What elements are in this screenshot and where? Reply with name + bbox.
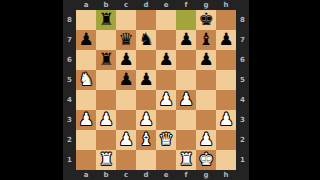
square-d6[interactable]	[136, 50, 156, 70]
square-g4[interactable]	[196, 90, 216, 110]
square-e2[interactable]: ♛	[156, 130, 176, 150]
black-queen[interactable]: ♛	[118, 31, 133, 49]
file-label-top-g: g	[196, 0, 216, 10]
square-c8[interactable]	[116, 10, 136, 30]
white-pawn[interactable]: ♟	[98, 111, 113, 129]
square-h4[interactable]	[216, 90, 236, 110]
file-label-bottom-a: a	[76, 170, 96, 180]
rank-label-right-5: 5	[236, 70, 249, 90]
square-g7[interactable]: ♝	[196, 30, 216, 50]
square-f2[interactable]	[176, 130, 196, 150]
white-bishop[interactable]: ♝	[138, 131, 153, 149]
board-corner	[236, 0, 249, 10]
rank-label-right-7: 7	[236, 30, 249, 50]
square-e3[interactable]	[156, 110, 176, 130]
square-d2[interactable]: ♝	[136, 130, 156, 150]
file-label-top-a: a	[76, 0, 96, 10]
square-f1[interactable]: ♜	[176, 150, 196, 170]
rank-label-left-7: 7	[63, 30, 76, 50]
black-pawn[interactable]: ♟	[178, 31, 193, 49]
square-f6[interactable]	[176, 50, 196, 70]
square-a5[interactable]: ♞	[76, 70, 96, 90]
square-c2[interactable]: ♟	[116, 130, 136, 150]
square-g6[interactable]: ♟	[196, 50, 216, 70]
square-e6[interactable]: ♟	[156, 50, 176, 70]
rank-label-right-4: 4	[236, 90, 249, 110]
rank-label-left-8: 8	[63, 10, 76, 30]
square-e7[interactable]	[156, 30, 176, 50]
app-background: abcdefgh8♜♚87♟♛♞♟♝♟76♜♟♟♟65♞♟♟54♟♟43♟♟♟♟…	[0, 0, 320, 180]
square-f4[interactable]: ♟	[176, 90, 196, 110]
square-h2[interactable]	[216, 130, 236, 150]
black-rook[interactable]: ♜	[98, 11, 113, 29]
black-pawn[interactable]: ♟	[118, 51, 133, 69]
file-label-bottom-f: f	[176, 170, 196, 180]
chess-board: abcdefgh8♜♚87♟♛♞♟♝♟76♜♟♟♟65♞♟♟54♟♟43♟♟♟♟…	[63, 0, 249, 180]
black-pawn[interactable]: ♟	[78, 31, 93, 49]
square-d3[interactable]: ♟	[136, 110, 156, 130]
black-pawn[interactable]: ♟	[198, 51, 213, 69]
square-b5[interactable]	[96, 70, 116, 90]
square-b4[interactable]	[96, 90, 116, 110]
square-c1[interactable]	[116, 150, 136, 170]
square-h5[interactable]	[216, 70, 236, 90]
square-d4[interactable]	[136, 90, 156, 110]
file-label-top-e: e	[156, 0, 176, 10]
square-a7[interactable]: ♟	[76, 30, 96, 50]
square-h1[interactable]	[216, 150, 236, 170]
square-g3[interactable]	[196, 110, 216, 130]
square-d5[interactable]: ♟	[136, 70, 156, 90]
square-c3[interactable]	[116, 110, 136, 130]
square-h7[interactable]: ♟	[216, 30, 236, 50]
rank-label-right-8: 8	[236, 10, 249, 30]
square-a6[interactable]	[76, 50, 96, 70]
white-knight[interactable]: ♞	[78, 71, 93, 89]
black-pawn[interactable]: ♟	[158, 51, 173, 69]
black-rook[interactable]: ♜	[98, 51, 113, 69]
file-label-bottom-g: g	[196, 170, 216, 180]
square-g5[interactable]	[196, 70, 216, 90]
black-king[interactable]: ♚	[198, 11, 213, 29]
file-label-bottom-e: e	[156, 170, 176, 180]
rank-label-left-6: 6	[63, 50, 76, 70]
rank-label-right-6: 6	[236, 50, 249, 70]
square-b3[interactable]: ♟	[96, 110, 116, 130]
board-corner	[63, 0, 76, 10]
white-queen[interactable]: ♛	[158, 131, 173, 149]
black-knight[interactable]: ♞	[138, 31, 153, 49]
rank-label-left-4: 4	[63, 90, 76, 110]
square-g8[interactable]: ♚	[196, 10, 216, 30]
square-a4[interactable]	[76, 90, 96, 110]
rank-label-right-1: 1	[236, 150, 249, 170]
square-c6[interactable]: ♟	[116, 50, 136, 70]
square-c4[interactable]	[116, 90, 136, 110]
square-h8[interactable]	[216, 10, 236, 30]
white-pawn[interactable]: ♟	[218, 111, 233, 129]
black-bishop[interactable]: ♝	[198, 31, 213, 49]
rank-label-right-2: 2	[236, 130, 249, 150]
file-label-bottom-b: b	[96, 170, 116, 180]
square-b1[interactable]: ♜	[96, 150, 116, 170]
file-label-top-h: h	[216, 0, 236, 10]
square-b8[interactable]: ♜	[96, 10, 116, 30]
square-d8[interactable]	[136, 10, 156, 30]
square-f5[interactable]	[176, 70, 196, 90]
rank-label-left-3: 3	[63, 110, 76, 130]
black-pawn[interactable]: ♟	[138, 71, 153, 89]
board-corner	[63, 170, 76, 180]
square-h6[interactable]	[216, 50, 236, 70]
square-b7[interactable]	[96, 30, 116, 50]
white-pawn[interactable]: ♟	[78, 111, 93, 129]
white-king[interactable]: ♚	[198, 151, 213, 169]
rank-label-right-3: 3	[236, 110, 249, 130]
white-pawn[interactable]: ♟	[158, 91, 173, 109]
file-label-top-b: b	[96, 0, 116, 10]
square-c7[interactable]: ♛	[116, 30, 136, 50]
square-a1[interactable]	[76, 150, 96, 170]
square-h3[interactable]: ♟	[216, 110, 236, 130]
white-pawn[interactable]: ♟	[198, 131, 213, 149]
file-label-bottom-d: d	[136, 170, 156, 180]
rank-label-left-5: 5	[63, 70, 76, 90]
black-pawn[interactable]: ♟	[118, 71, 133, 89]
file-label-bottom-c: c	[116, 170, 136, 180]
square-c5[interactable]: ♟	[116, 70, 136, 90]
square-f3[interactable]	[176, 110, 196, 130]
file-label-top-d: d	[136, 0, 156, 10]
square-a3[interactable]: ♟	[76, 110, 96, 130]
square-e4[interactable]: ♟	[156, 90, 176, 110]
square-g2[interactable]: ♟	[196, 130, 216, 150]
white-rook[interactable]: ♜	[98, 151, 113, 169]
square-e5[interactable]	[156, 70, 176, 90]
white-rook[interactable]: ♜	[178, 151, 193, 169]
square-b6[interactable]: ♜	[96, 50, 116, 70]
white-pawn[interactable]: ♟	[118, 131, 133, 149]
square-f7[interactable]: ♟	[176, 30, 196, 50]
file-label-top-f: f	[176, 0, 196, 10]
file-label-top-c: c	[116, 0, 136, 10]
square-a2[interactable]	[76, 130, 96, 150]
file-label-bottom-h: h	[216, 170, 236, 180]
square-d1[interactable]	[136, 150, 156, 170]
white-pawn[interactable]: ♟	[138, 111, 153, 129]
rank-label-left-1: 1	[63, 150, 76, 170]
square-e8[interactable]	[156, 10, 176, 30]
square-d7[interactable]: ♞	[136, 30, 156, 50]
square-g1[interactable]: ♚	[196, 150, 216, 170]
square-f8[interactable]	[176, 10, 196, 30]
board-corner	[236, 170, 249, 180]
square-a8[interactable]	[76, 10, 96, 30]
square-e1[interactable]	[156, 150, 176, 170]
rank-label-left-2: 2	[63, 130, 76, 150]
square-b2[interactable]	[96, 130, 116, 150]
black-pawn[interactable]: ♟	[218, 31, 233, 49]
white-pawn[interactable]: ♟	[178, 91, 193, 109]
